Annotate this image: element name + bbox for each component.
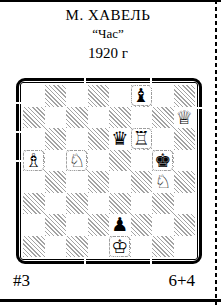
square-c2[interactable]: [66, 214, 88, 236]
square-b7[interactable]: [45, 107, 67, 129]
white-knight-c5: ♘: [67, 151, 86, 170]
square-b3[interactable]: [45, 193, 67, 215]
square-a8[interactable]: [23, 85, 45, 107]
scan-notch: [193, 107, 202, 109]
problem-year: 1920 г: [0, 43, 216, 63]
square-f7[interactable]: [131, 107, 153, 129]
square-g6[interactable]: [152, 128, 174, 150]
black-bishop-f8: ♝: [132, 86, 151, 105]
square-b6[interactable]: [45, 128, 67, 150]
square-f2[interactable]: [131, 214, 153, 236]
square-c7[interactable]: [66, 107, 88, 129]
white-king-e1: ♔: [110, 237, 129, 256]
square-a6[interactable]: [23, 128, 45, 150]
material-count-label: 6+4: [168, 270, 195, 292]
square-d8[interactable]: [88, 85, 110, 107]
square-g5[interactable]: ♚: [152, 150, 174, 172]
square-a1[interactable]: [23, 236, 45, 258]
square-d6[interactable]: [88, 128, 110, 150]
chess-board-frame: ♝♕♛♖♗♘♚♘♟♔: [16, 78, 202, 264]
scanned-problem-card: М. ХАВЕЛЬ “Час” 1920 г ♝♕♛♖♗♘♚♘♟♔ #3 6+4: [0, 0, 221, 305]
square-f3[interactable]: [131, 193, 153, 215]
square-h1[interactable]: [174, 236, 196, 258]
square-e8[interactable]: [109, 85, 131, 107]
square-g7[interactable]: [152, 107, 174, 129]
square-b8[interactable]: [45, 85, 67, 107]
square-d2[interactable]: [88, 214, 110, 236]
square-c6[interactable]: [66, 128, 88, 150]
square-g2[interactable]: [152, 214, 174, 236]
square-h6[interactable]: [174, 128, 196, 150]
page-bottom-rule: [0, 299, 221, 302]
white-bishop-a5: ♗: [24, 151, 43, 170]
square-c3[interactable]: [66, 193, 88, 215]
square-b4[interactable]: [45, 171, 67, 193]
square-f4[interactable]: [131, 171, 153, 193]
square-g1[interactable]: [152, 236, 174, 258]
square-b1[interactable]: [45, 236, 67, 258]
white-knight-g4: ♘: [154, 172, 171, 191]
square-e5[interactable]: [109, 150, 131, 172]
problem-title: “Час”: [0, 25, 216, 43]
black-king-g5: ♚: [153, 151, 172, 170]
square-h2[interactable]: [174, 214, 196, 236]
square-d1[interactable]: [88, 236, 110, 258]
square-d4[interactable]: [88, 171, 110, 193]
square-h7[interactable]: ♕: [174, 107, 196, 129]
square-h3[interactable]: [174, 193, 196, 215]
scan-notch: [15, 102, 24, 104]
scan-notch: [150, 77, 152, 87]
scan-notch: [15, 160, 24, 162]
square-e3[interactable]: [109, 193, 131, 215]
square-a3[interactable]: [23, 193, 45, 215]
square-a2[interactable]: [23, 214, 45, 236]
square-g8[interactable]: [152, 85, 174, 107]
board-grid: ♝♕♛♖♗♘♚♘♟♔: [23, 85, 195, 257]
diagram-footer: #3 6+4: [0, 270, 216, 292]
black-pawn-e2: ♟: [111, 215, 128, 234]
square-c8[interactable]: [66, 85, 88, 107]
square-f6[interactable]: ♖: [131, 128, 153, 150]
square-a7[interactable]: [23, 107, 45, 129]
square-c4[interactable]: [66, 171, 88, 193]
square-b5[interactable]: [45, 150, 67, 172]
scan-notch: [84, 255, 86, 265]
composer-name: М. ХАВЕЛЬ: [0, 5, 216, 25]
square-d7[interactable]: [88, 107, 110, 129]
square-f5[interactable]: [131, 150, 153, 172]
chess-board-inner-frame: ♝♕♛♖♗♘♚♘♟♔: [20, 82, 198, 260]
diagram-header: М. ХАВЕЛЬ “Час” 1920 г: [0, 5, 216, 63]
page-top-rule: [0, 0, 221, 2]
white-rook-f6: ♖: [132, 129, 151, 148]
square-h8[interactable]: [174, 85, 196, 107]
square-h4[interactable]: [174, 171, 196, 193]
scan-notch: [150, 255, 152, 265]
square-e7[interactable]: [109, 107, 131, 129]
square-d3[interactable]: [88, 193, 110, 215]
black-queen-e6: ♛: [111, 129, 128, 148]
square-g4[interactable]: ♘: [152, 171, 174, 193]
square-a4[interactable]: [23, 171, 45, 193]
square-g3[interactable]: [152, 193, 174, 215]
scan-notch: [15, 131, 24, 133]
square-b2[interactable]: [45, 214, 67, 236]
scan-notch: [84, 77, 86, 87]
square-c5[interactable]: ♘: [66, 150, 88, 172]
square-d5[interactable]: [88, 150, 110, 172]
stipulation-label: #3: [13, 270, 30, 292]
square-a5[interactable]: ♗: [23, 150, 45, 172]
square-c1[interactable]: [66, 236, 88, 258]
square-e4[interactable]: [109, 171, 131, 193]
square-e2[interactable]: ♟: [109, 214, 131, 236]
square-e6[interactable]: ♛: [109, 128, 131, 150]
square-f1[interactable]: [131, 236, 153, 258]
square-e1[interactable]: ♔: [109, 236, 131, 258]
white-queen-h7: ♕: [176, 108, 193, 127]
square-f8[interactable]: ♝: [131, 85, 153, 107]
square-h5[interactable]: [174, 150, 196, 172]
